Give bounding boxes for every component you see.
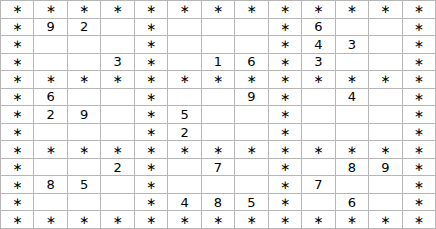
separator-cell-r0c4: ∗ bbox=[135, 1, 168, 19]
sudoku-cell-r10c7[interactable] bbox=[235, 176, 268, 194]
sudoku-cell-r9c10[interactable]: 8 bbox=[336, 159, 369, 177]
separator-cell-r12c12: ∗ bbox=[403, 211, 436, 229]
sudoku-cell-r1c1[interactable]: 9 bbox=[34, 19, 67, 37]
sudoku-cell-r11c6[interactable]: 8 bbox=[202, 194, 235, 212]
sudoku-cell-r1c2[interactable]: 2 bbox=[68, 19, 101, 37]
separator-cell-r6c0: ∗ bbox=[1, 106, 34, 124]
sudoku-cell-r5c11[interactable] bbox=[369, 89, 402, 107]
sudoku-cell-r9c7[interactable] bbox=[235, 159, 268, 177]
separator-cell-r12c4: ∗ bbox=[135, 211, 168, 229]
separator-cell-r4c7: ∗ bbox=[235, 71, 268, 89]
separator-cell-r0c2: ∗ bbox=[68, 1, 101, 19]
separator-cell-r4c11: ∗ bbox=[369, 71, 402, 89]
sudoku-cell-r6c11[interactable] bbox=[369, 106, 402, 124]
separator-cell-r9c4: ∗ bbox=[135, 159, 168, 177]
sudoku-cell-r11c1[interactable] bbox=[34, 194, 67, 212]
separator-cell-r0c9: ∗ bbox=[302, 1, 335, 19]
separator-cell-r11c4: ∗ bbox=[135, 194, 168, 212]
sudoku-cell-r1c11[interactable] bbox=[369, 19, 402, 37]
separator-cell-r12c2: ∗ bbox=[68, 211, 101, 229]
sudoku-cell-r5c3[interactable] bbox=[101, 89, 134, 107]
sudoku-cell-r3c2[interactable] bbox=[68, 54, 101, 72]
sudoku-cell-r1c7[interactable] bbox=[235, 19, 268, 37]
sudoku-cell-r7c7[interactable] bbox=[235, 124, 268, 142]
separator-cell-r4c8: ∗ bbox=[269, 71, 302, 89]
separator-cell-r0c12: ∗ bbox=[403, 1, 436, 19]
sudoku-cell-r10c1[interactable]: 8 bbox=[34, 176, 67, 194]
sudoku-cell-r3c9[interactable]: 3 bbox=[302, 54, 335, 72]
sudoku-cell-r2c10[interactable]: 3 bbox=[336, 36, 369, 54]
separator-cell-r2c0: ∗ bbox=[1, 36, 34, 54]
separator-cell-r6c4: ∗ bbox=[135, 106, 168, 124]
separator-cell-r8c3: ∗ bbox=[101, 141, 134, 159]
sudoku-cell-r7c3[interactable] bbox=[101, 124, 134, 142]
separator-cell-r8c8: ∗ bbox=[269, 141, 302, 159]
sudoku-cell-r1c5[interactable] bbox=[168, 19, 201, 37]
separator-cell-r8c7: ∗ bbox=[235, 141, 268, 159]
separator-cell-r11c0: ∗ bbox=[1, 194, 34, 212]
separator-cell-r1c12: ∗ bbox=[403, 19, 436, 37]
separator-cell-r12c5: ∗ bbox=[168, 211, 201, 229]
sudoku-cell-r5c10[interactable]: 4 bbox=[336, 89, 369, 107]
sudoku-cell-r7c1[interactable] bbox=[34, 124, 67, 142]
separator-cell-r9c12: ∗ bbox=[403, 159, 436, 177]
sudoku-cell-r9c1[interactable] bbox=[34, 159, 67, 177]
sudoku-cell-r2c7[interactable] bbox=[235, 36, 268, 54]
sudoku-cell-r9c11[interactable]: 9 bbox=[369, 159, 402, 177]
separator-cell-r7c8: ∗ bbox=[269, 124, 302, 142]
sudoku-cell-r9c5[interactable] bbox=[168, 159, 201, 177]
separator-cell-r12c7: ∗ bbox=[235, 211, 268, 229]
sudoku-cell-r6c9[interactable] bbox=[302, 106, 335, 124]
separator-cell-r8c9: ∗ bbox=[302, 141, 335, 159]
separator-cell-r10c0: ∗ bbox=[1, 176, 34, 194]
separator-cell-r12c3: ∗ bbox=[101, 211, 134, 229]
sudoku-cell-r5c7[interactable]: 9 bbox=[235, 89, 268, 107]
sudoku-cell-r9c9[interactable] bbox=[302, 159, 335, 177]
separator-cell-r5c8: ∗ bbox=[269, 89, 302, 107]
separator-cell-r12c8: ∗ bbox=[269, 211, 302, 229]
separator-cell-r9c8: ∗ bbox=[269, 159, 302, 177]
separator-cell-r1c8: ∗ bbox=[269, 19, 302, 37]
sudoku-cell-r1c9[interactable]: 6 bbox=[302, 19, 335, 37]
sudoku-cell-r5c2[interactable] bbox=[68, 89, 101, 107]
sudoku-cell-r3c10[interactable] bbox=[336, 54, 369, 72]
sudoku-cell-r11c3[interactable] bbox=[101, 194, 134, 212]
separator-cell-r2c8: ∗ bbox=[269, 36, 302, 54]
separator-cell-r0c10: ∗ bbox=[336, 1, 369, 19]
sudoku-cell-r2c2[interactable] bbox=[68, 36, 101, 54]
separator-cell-r0c11: ∗ bbox=[369, 1, 402, 19]
sudoku-cell-r1c6[interactable] bbox=[202, 19, 235, 37]
separator-cell-r11c8: ∗ bbox=[269, 194, 302, 212]
sudoku-cell-r2c3[interactable] bbox=[101, 36, 134, 54]
separator-cell-r10c12: ∗ bbox=[403, 176, 436, 194]
sudoku-cell-r6c3[interactable] bbox=[101, 106, 134, 124]
sudoku-cell-r5c9[interactable] bbox=[302, 89, 335, 107]
sudoku-cell-r6c2[interactable]: 9 bbox=[68, 106, 101, 124]
separator-cell-r8c11: ∗ bbox=[369, 141, 402, 159]
sudoku-cell-r2c6[interactable] bbox=[202, 36, 235, 54]
separator-cell-r8c12: ∗ bbox=[403, 141, 436, 159]
separator-cell-r4c10: ∗ bbox=[336, 71, 369, 89]
sudoku-cell-r10c3[interactable] bbox=[101, 176, 134, 194]
separator-cell-r12c9: ∗ bbox=[302, 211, 335, 229]
sudoku-cell-r6c6[interactable] bbox=[202, 106, 235, 124]
sudoku-cell-r7c11[interactable] bbox=[369, 124, 402, 142]
separator-cell-r10c8: ∗ bbox=[269, 176, 302, 194]
separator-cell-r7c4: ∗ bbox=[135, 124, 168, 142]
separator-cell-r0c8: ∗ bbox=[269, 1, 302, 19]
separator-cell-r7c0: ∗ bbox=[1, 124, 34, 142]
separator-cell-r2c12: ∗ bbox=[403, 36, 436, 54]
separator-cell-r4c12: ∗ bbox=[403, 71, 436, 89]
separator-cell-r0c6: ∗ bbox=[202, 1, 235, 19]
separator-cell-r3c12: ∗ bbox=[403, 54, 436, 72]
separator-cell-r3c0: ∗ bbox=[1, 54, 34, 72]
sudoku-cell-r6c10[interactable] bbox=[336, 106, 369, 124]
separator-cell-r5c0: ∗ bbox=[1, 89, 34, 107]
sudoku-cell-r10c5[interactable] bbox=[168, 176, 201, 194]
sudoku-cell-r10c9[interactable]: 7 bbox=[302, 176, 335, 194]
sudoku-cell-r7c6[interactable] bbox=[202, 124, 235, 142]
separator-cell-r11c12: ∗ bbox=[403, 194, 436, 212]
sudoku-cell-r3c5[interactable] bbox=[168, 54, 201, 72]
separator-cell-r8c1: ∗ bbox=[34, 141, 67, 159]
separator-cell-r4c0: ∗ bbox=[1, 71, 34, 89]
sudoku-cell-r9c2[interactable] bbox=[68, 159, 101, 177]
sudoku-cell-r11c9[interactable] bbox=[302, 194, 335, 212]
sudoku-cell-r5c5[interactable] bbox=[168, 89, 201, 107]
separator-cell-r10c4: ∗ bbox=[135, 176, 168, 194]
sudoku-cell-r2c5[interactable] bbox=[168, 36, 201, 54]
sudoku-cell-r11c11[interactable] bbox=[369, 194, 402, 212]
sudoku-cell-r3c7[interactable]: 6 bbox=[235, 54, 268, 72]
separator-cell-r4c6: ∗ bbox=[202, 71, 235, 89]
separator-cell-r2c4: ∗ bbox=[135, 36, 168, 54]
separator-cell-r12c6: ∗ bbox=[202, 211, 235, 229]
separator-cell-r5c4: ∗ bbox=[135, 89, 168, 107]
sudoku-cell-r1c3[interactable] bbox=[101, 19, 134, 37]
sudoku-cell-r3c6[interactable]: 1 bbox=[202, 54, 235, 72]
separator-cell-r8c0: ∗ bbox=[1, 141, 34, 159]
sudoku-cell-r2c9[interactable]: 4 bbox=[302, 36, 335, 54]
sudoku-cell-r2c1[interactable] bbox=[34, 36, 67, 54]
sudoku-cell-r9c6[interactable]: 7 bbox=[202, 159, 235, 177]
separator-cell-r0c1: ∗ bbox=[34, 1, 67, 19]
sudoku-cell-r3c11[interactable] bbox=[369, 54, 402, 72]
separator-cell-r12c0: ∗ bbox=[1, 211, 34, 229]
separator-cell-r8c6: ∗ bbox=[202, 141, 235, 159]
sudoku-cell-r10c6[interactable] bbox=[202, 176, 235, 194]
separator-cell-r3c4: ∗ bbox=[135, 54, 168, 72]
separator-cell-r5c12: ∗ bbox=[403, 89, 436, 107]
separator-cell-r1c4: ∗ bbox=[135, 19, 168, 37]
separator-cell-r3c8: ∗ bbox=[269, 54, 302, 72]
separator-cell-r6c8: ∗ bbox=[269, 106, 302, 124]
separator-cell-r8c2: ∗ bbox=[68, 141, 101, 159]
sudoku-cell-r11c2[interactable] bbox=[68, 194, 101, 212]
sudoku-cell-r7c10[interactable] bbox=[336, 124, 369, 142]
separator-cell-r8c5: ∗ bbox=[168, 141, 201, 159]
sudoku-cell-r2c11[interactable] bbox=[369, 36, 402, 54]
sudoku-cell-r10c2[interactable]: 5 bbox=[68, 176, 101, 194]
separator-cell-r0c0: ∗ bbox=[1, 1, 34, 19]
separator-cell-r0c3: ∗ bbox=[101, 1, 134, 19]
sudoku-cell-r10c10[interactable] bbox=[336, 176, 369, 194]
sudoku-cell-r3c3[interactable]: 3 bbox=[101, 54, 134, 72]
separator-cell-r4c1: ∗ bbox=[34, 71, 67, 89]
sudoku-cell-r6c1[interactable]: 2 bbox=[34, 106, 67, 124]
separator-cell-r12c10: ∗ bbox=[336, 211, 369, 229]
sudoku-cell-r10c11[interactable] bbox=[369, 176, 402, 194]
sudoku-cell-r9c3[interactable]: 2 bbox=[101, 159, 134, 177]
separator-cell-r8c10: ∗ bbox=[336, 141, 369, 159]
sudoku-cell-r7c5[interactable]: 2 bbox=[168, 124, 201, 142]
separator-cell-r6c12: ∗ bbox=[403, 106, 436, 124]
separator-cell-r4c4: ∗ bbox=[135, 71, 168, 89]
sudoku-cell-r3c1[interactable] bbox=[34, 54, 67, 72]
separator-cell-r12c11: ∗ bbox=[369, 211, 402, 229]
sudoku-cell-r7c2[interactable] bbox=[68, 124, 101, 142]
sudoku-cell-r6c7[interactable] bbox=[235, 106, 268, 124]
separator-cell-r8c4: ∗ bbox=[135, 141, 168, 159]
sudoku-cell-r1c10[interactable] bbox=[336, 19, 369, 37]
separator-cell-r12c1: ∗ bbox=[34, 211, 67, 229]
separator-cell-r4c9: ∗ bbox=[302, 71, 335, 89]
sudoku-cell-r11c10[interactable]: 6 bbox=[336, 194, 369, 212]
separator-cell-r4c2: ∗ bbox=[68, 71, 101, 89]
sudoku-cell-r6c5[interactable]: 5 bbox=[168, 106, 201, 124]
sudoku-cell-r11c7[interactable]: 5 bbox=[235, 194, 268, 212]
sudoku-cell-r7c9[interactable] bbox=[302, 124, 335, 142]
separator-cell-r7c12: ∗ bbox=[403, 124, 436, 142]
separator-cell-r4c3: ∗ bbox=[101, 71, 134, 89]
sudoku-cell-r11c5[interactable]: 4 bbox=[168, 194, 201, 212]
sudoku-cell-r5c6[interactable] bbox=[202, 89, 235, 107]
separator-cell-r9c0: ∗ bbox=[1, 159, 34, 177]
separator-cell-r0c7: ∗ bbox=[235, 1, 268, 19]
sudoku-board: ∗∗∗∗∗∗∗∗∗∗∗∗∗∗92∗∗6∗∗∗∗43∗∗3∗16∗3∗∗∗∗∗∗∗… bbox=[0, 0, 436, 229]
sudoku-cell-r5c1[interactable]: 6 bbox=[34, 89, 67, 107]
separator-cell-r1c0: ∗ bbox=[1, 19, 34, 37]
separator-cell-r4c5: ∗ bbox=[168, 71, 201, 89]
separator-cell-r0c5: ∗ bbox=[168, 1, 201, 19]
